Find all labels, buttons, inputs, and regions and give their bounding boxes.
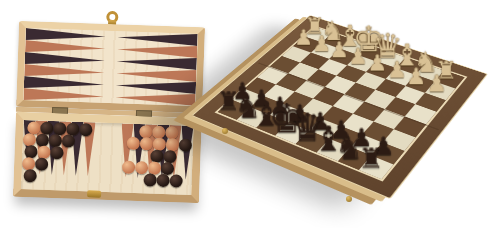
white-pawn: ♟ bbox=[330, 39, 349, 61]
clasp-icon bbox=[87, 190, 101, 197]
white-pawn: ♟ bbox=[387, 58, 407, 80]
brass-pin-icon bbox=[346, 196, 352, 202]
backgammon-checker-dark bbox=[179, 138, 192, 151]
backgammon-point-dark bbox=[117, 31, 197, 46]
backgammon-point-salmon bbox=[115, 91, 195, 106]
backgammon-point-dark bbox=[25, 28, 105, 43]
backgammon-point-salmon bbox=[25, 40, 105, 55]
square-a8: ♜ bbox=[359, 156, 393, 179]
backgammon-point-dark bbox=[117, 55, 197, 70]
backgammon-point-dark bbox=[25, 52, 105, 67]
backgammon-checker-dark bbox=[156, 174, 169, 187]
backgammon-tray bbox=[13, 112, 202, 203]
backgammon-point-dark bbox=[24, 76, 104, 91]
white-pawn: ♟ bbox=[348, 45, 368, 67]
black-rook: ♜ bbox=[359, 145, 384, 173]
backgammon-point-salmon bbox=[117, 43, 197, 58]
brass-pin-icon bbox=[222, 128, 228, 134]
backgammon-point-salmon bbox=[24, 64, 104, 79]
backgammon-point-dark bbox=[180, 126, 194, 180]
white-pawn: ♟ bbox=[312, 33, 331, 54]
backgammon-lid bbox=[16, 21, 205, 113]
backgammon-tray-board bbox=[21, 120, 193, 195]
white-pawn: ♟ bbox=[427, 72, 447, 95]
backgammon-checker-light bbox=[122, 160, 135, 173]
backgammon-checker-dark bbox=[35, 157, 48, 170]
backgammon-checker-dark bbox=[24, 169, 37, 182]
chess-board: ♜♞♝♚♛♝♞♜♟♟♟♟♟♟♟♟♟♟♟♟♟♟♟♟♜♞♝♚♛♝♞♜ bbox=[191, 15, 488, 199]
backgammon-point-salmon bbox=[23, 88, 103, 103]
white-pawn: ♟ bbox=[294, 27, 313, 48]
white-pawn: ♟ bbox=[367, 52, 387, 74]
chess-grid: ♜♞♝♚♛♝♞♜♟♟♟♟♟♟♟♟♟♟♟♟♟♟♟♟♜♞♝♚♛♝♞♜ bbox=[215, 25, 468, 181]
backgammon-checker-dark bbox=[50, 146, 63, 159]
backgammon-case bbox=[13, 21, 205, 203]
backgammon-lid-board bbox=[23, 28, 197, 106]
backgammon-checker-dark bbox=[143, 173, 156, 186]
backgammon-point-dark bbox=[116, 79, 196, 94]
product-photo-scene: ♜♞♝♚♛♝♞♜♟♟♟♟♟♟♟♟♟♟♟♟♟♟♟♟♜♞♝♚♛♝♞♜ bbox=[0, 0, 500, 228]
backgammon-checker-dark bbox=[62, 134, 75, 147]
white-pawn: ♟ bbox=[406, 65, 426, 88]
backgammon-point-salmon bbox=[116, 67, 196, 82]
backgammon-checker-light bbox=[135, 161, 148, 174]
backgammon-checker-dark bbox=[169, 174, 182, 187]
